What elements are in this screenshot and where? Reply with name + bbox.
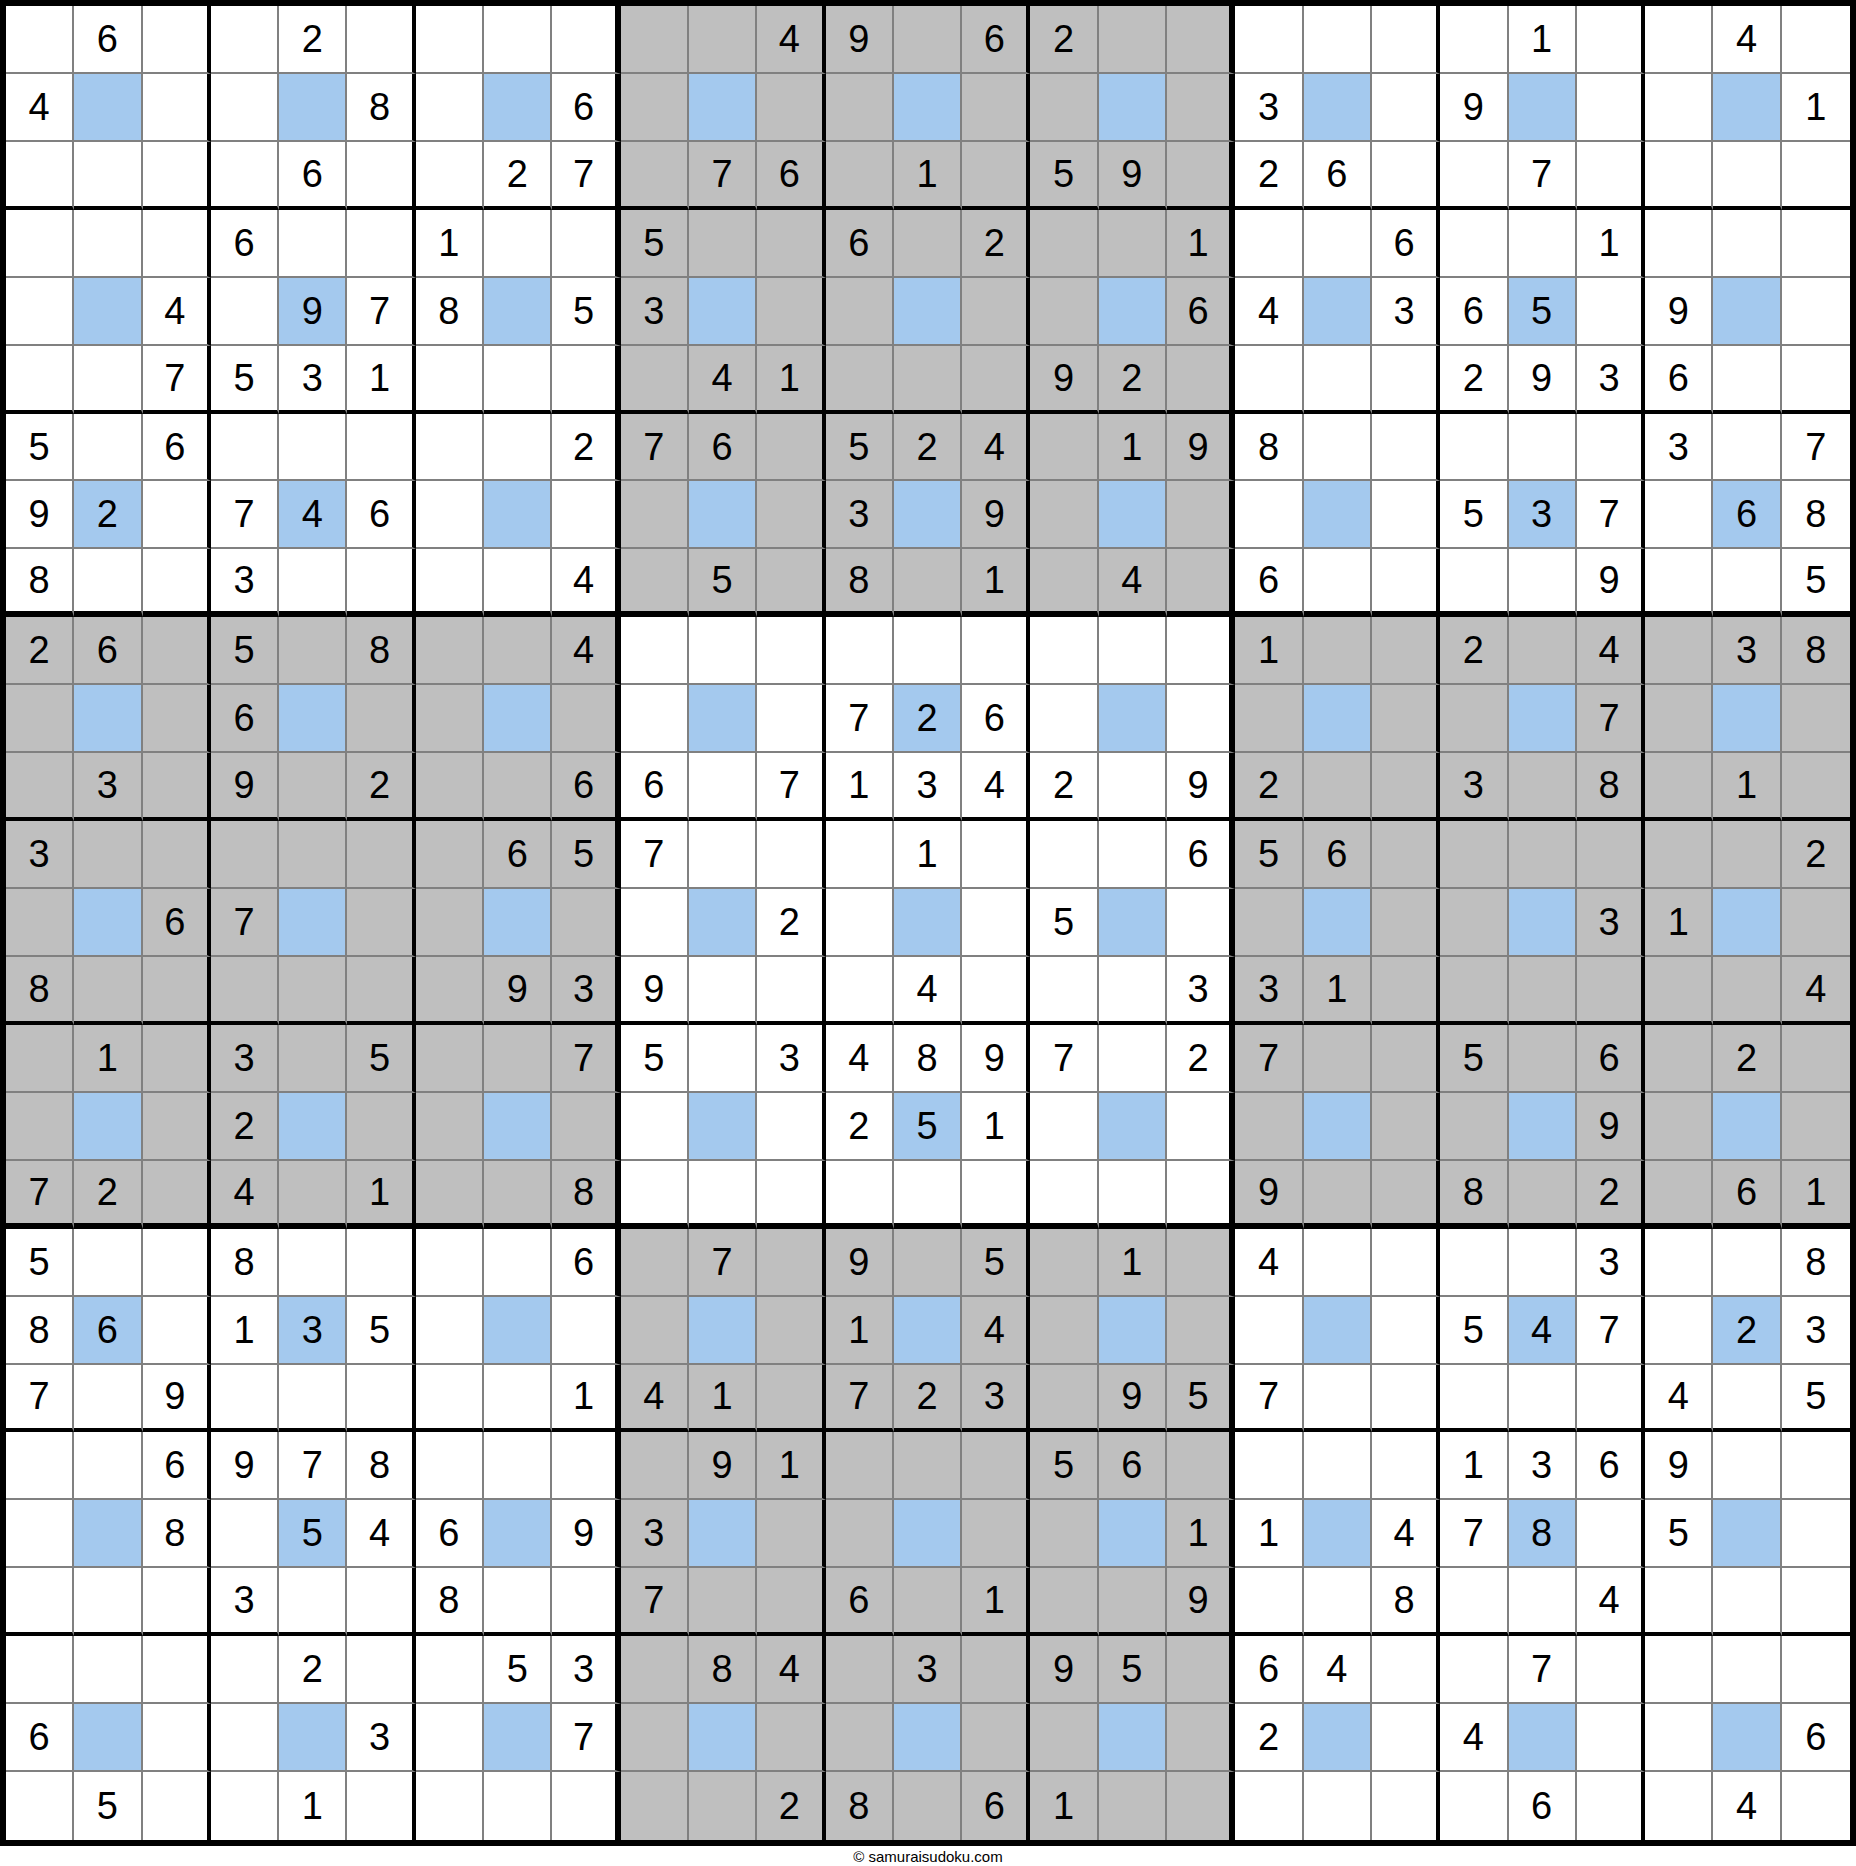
cell-r5c7[interactable]: 8 <box>416 278 484 346</box>
cell-r22c23[interactable]: 3 <box>1509 1432 1577 1500</box>
cell-r7c14[interactable]: 2 <box>894 414 962 482</box>
cell-r2c11[interactable] <box>689 74 757 142</box>
cell-r20c1[interactable]: 8 <box>6 1297 74 1365</box>
cell-r15c2[interactable] <box>74 957 142 1025</box>
cell-r7c26[interactable] <box>1713 414 1781 482</box>
cell-r15c4[interactable] <box>211 957 279 1025</box>
cell-r5c14[interactable] <box>894 278 962 346</box>
cell-r6c3[interactable]: 7 <box>143 346 211 414</box>
cell-r2c7[interactable] <box>416 74 484 142</box>
cell-r5c23[interactable]: 5 <box>1509 278 1577 346</box>
cell-r2c14[interactable] <box>894 74 962 142</box>
cell-r13c13[interactable] <box>826 821 894 889</box>
cell-r13c27[interactable]: 2 <box>1782 821 1850 889</box>
cell-r22c27[interactable] <box>1782 1432 1850 1500</box>
cell-r6c14[interactable] <box>894 346 962 414</box>
cell-r26c22[interactable]: 4 <box>1440 1704 1508 1772</box>
cell-r23c2[interactable] <box>74 1500 142 1568</box>
cell-r15c18[interactable]: 3 <box>1167 957 1235 1025</box>
cell-r4c15[interactable]: 2 <box>962 210 1030 278</box>
cell-r26c25[interactable] <box>1645 1704 1713 1772</box>
cell-r11c3[interactable] <box>143 685 211 753</box>
cell-r11c4[interactable]: 6 <box>211 685 279 753</box>
cell-r13c6[interactable] <box>347 821 415 889</box>
cell-r24c7[interactable]: 8 <box>416 1568 484 1636</box>
cell-r14c15[interactable] <box>962 889 1030 957</box>
cell-r7c24[interactable] <box>1577 414 1645 482</box>
cell-r5c17[interactable] <box>1099 278 1167 346</box>
cell-r26c14[interactable] <box>894 1704 962 1772</box>
cell-r1c12[interactable]: 4 <box>757 6 825 74</box>
cell-r20c21[interactable] <box>1372 1297 1440 1365</box>
cell-r10c21[interactable] <box>1372 617 1440 685</box>
cell-r7c5[interactable] <box>279 414 347 482</box>
cell-r3c26[interactable] <box>1713 142 1781 210</box>
cell-r4c13[interactable]: 6 <box>826 210 894 278</box>
cell-r3c13[interactable] <box>826 142 894 210</box>
cell-r9c26[interactable] <box>1713 549 1781 617</box>
cell-r16c20[interactable] <box>1304 1025 1372 1093</box>
cell-r24c6[interactable] <box>347 1568 415 1636</box>
cell-r12c6[interactable]: 2 <box>347 753 415 821</box>
cell-r14c18[interactable] <box>1167 889 1235 957</box>
cell-r27c5[interactable]: 1 <box>279 1772 347 1840</box>
cell-r20c26[interactable]: 2 <box>1713 1297 1781 1365</box>
cell-r8c8[interactable] <box>484 481 552 549</box>
cell-r1c5[interactable]: 2 <box>279 6 347 74</box>
cell-r21c10[interactable]: 4 <box>621 1365 689 1433</box>
cell-r8c13[interactable]: 3 <box>826 481 894 549</box>
cell-r23c11[interactable] <box>689 1500 757 1568</box>
cell-r8c10[interactable] <box>621 481 689 549</box>
cell-r6c12[interactable]: 1 <box>757 346 825 414</box>
cell-r22c5[interactable]: 7 <box>279 1432 347 1500</box>
cell-r16c19[interactable]: 7 <box>1235 1025 1303 1093</box>
cell-r22c13[interactable] <box>826 1432 894 1500</box>
cell-r24c23[interactable] <box>1509 1568 1577 1636</box>
cell-r11c9[interactable] <box>552 685 620 753</box>
cell-r20c9[interactable] <box>552 1297 620 1365</box>
cell-r1c15[interactable]: 6 <box>962 6 1030 74</box>
cell-r14c9[interactable] <box>552 889 620 957</box>
cell-r24c16[interactable] <box>1030 1568 1098 1636</box>
cell-r4c18[interactable]: 1 <box>1167 210 1235 278</box>
cell-r17c21[interactable] <box>1372 1093 1440 1161</box>
cell-r23c3[interactable]: 8 <box>143 1500 211 1568</box>
cell-r16c18[interactable]: 2 <box>1167 1025 1235 1093</box>
cell-r8c11[interactable] <box>689 481 757 549</box>
cell-r3c17[interactable]: 9 <box>1099 142 1167 210</box>
cell-r8c24[interactable]: 7 <box>1577 481 1645 549</box>
cell-r17c13[interactable]: 2 <box>826 1093 894 1161</box>
cell-r17c23[interactable] <box>1509 1093 1577 1161</box>
cell-r13c25[interactable] <box>1645 821 1713 889</box>
cell-r3c12[interactable]: 6 <box>757 142 825 210</box>
cell-r3c20[interactable]: 6 <box>1304 142 1372 210</box>
cell-r6c21[interactable] <box>1372 346 1440 414</box>
cell-r17c17[interactable] <box>1099 1093 1167 1161</box>
cell-r15c8[interactable]: 9 <box>484 957 552 1025</box>
cell-r22c20[interactable] <box>1304 1432 1372 1500</box>
cell-r17c9[interactable] <box>552 1093 620 1161</box>
cell-r23c8[interactable] <box>484 1500 552 1568</box>
cell-r25c12[interactable]: 4 <box>757 1636 825 1704</box>
cell-r7c22[interactable] <box>1440 414 1508 482</box>
cell-r20c20[interactable] <box>1304 1297 1372 1365</box>
cell-r17c26[interactable] <box>1713 1093 1781 1161</box>
cell-r15c5[interactable] <box>279 957 347 1025</box>
cell-r1c4[interactable] <box>211 6 279 74</box>
cell-r4c7[interactable]: 1 <box>416 210 484 278</box>
cell-r14c14[interactable] <box>894 889 962 957</box>
cell-r18c9[interactable]: 8 <box>552 1161 620 1229</box>
cell-r14c23[interactable] <box>1509 889 1577 957</box>
cell-r15c25[interactable] <box>1645 957 1713 1025</box>
cell-r5c18[interactable]: 6 <box>1167 278 1235 346</box>
cell-r7c11[interactable]: 6 <box>689 414 757 482</box>
cell-r5c27[interactable] <box>1782 278 1850 346</box>
cell-r17c2[interactable] <box>74 1093 142 1161</box>
cell-r12c24[interactable]: 8 <box>1577 753 1645 821</box>
cell-r13c5[interactable] <box>279 821 347 889</box>
cell-r21c22[interactable] <box>1440 1365 1508 1433</box>
cell-r1c9[interactable] <box>552 6 620 74</box>
cell-r12c23[interactable] <box>1509 753 1577 821</box>
cell-r12c7[interactable] <box>416 753 484 821</box>
cell-r7c9[interactable]: 2 <box>552 414 620 482</box>
cell-r20c24[interactable]: 7 <box>1577 1297 1645 1365</box>
cell-r11c6[interactable] <box>347 685 415 753</box>
cell-r20c5[interactable]: 3 <box>279 1297 347 1365</box>
cell-r16c27[interactable] <box>1782 1025 1850 1093</box>
cell-r21c16[interactable] <box>1030 1365 1098 1433</box>
cell-r25c6[interactable] <box>347 1636 415 1704</box>
cell-r14c3[interactable]: 6 <box>143 889 211 957</box>
cell-r12c21[interactable] <box>1372 753 1440 821</box>
cell-r9c19[interactable]: 6 <box>1235 549 1303 617</box>
cell-r22c26[interactable] <box>1713 1432 1781 1500</box>
cell-r6c18[interactable] <box>1167 346 1235 414</box>
cell-r18c20[interactable] <box>1304 1161 1372 1229</box>
cell-r16c25[interactable] <box>1645 1025 1713 1093</box>
cell-r23c25[interactable]: 5 <box>1645 1500 1713 1568</box>
cell-r19c25[interactable] <box>1645 1229 1713 1297</box>
cell-r13c21[interactable] <box>1372 821 1440 889</box>
cell-r11c10[interactable] <box>621 685 689 753</box>
cell-r25c3[interactable] <box>143 1636 211 1704</box>
cell-r17c10[interactable] <box>621 1093 689 1161</box>
cell-r11c7[interactable] <box>416 685 484 753</box>
cell-r25c26[interactable] <box>1713 1636 1781 1704</box>
cell-r9c12[interactable] <box>757 549 825 617</box>
cell-r17c18[interactable] <box>1167 1093 1235 1161</box>
cell-r14c7[interactable] <box>416 889 484 957</box>
cell-r16c11[interactable] <box>689 1025 757 1093</box>
cell-r25c13[interactable] <box>826 1636 894 1704</box>
cell-r23c5[interactable]: 5 <box>279 1500 347 1568</box>
cell-r11c17[interactable] <box>1099 685 1167 753</box>
cell-r20c19[interactable] <box>1235 1297 1303 1365</box>
cell-r8c25[interactable] <box>1645 481 1713 549</box>
cell-r27c15[interactable]: 6 <box>962 1772 1030 1840</box>
cell-r26c4[interactable] <box>211 1704 279 1772</box>
cell-r4c10[interactable]: 5 <box>621 210 689 278</box>
cell-r8c19[interactable] <box>1235 481 1303 549</box>
cell-r12c8[interactable] <box>484 753 552 821</box>
cell-r5c1[interactable] <box>6 278 74 346</box>
cell-r15c3[interactable] <box>143 957 211 1025</box>
cell-r25c4[interactable] <box>211 1636 279 1704</box>
cell-r11c18[interactable] <box>1167 685 1235 753</box>
cell-r16c14[interactable]: 8 <box>894 1025 962 1093</box>
cell-r25c27[interactable] <box>1782 1636 1850 1704</box>
cell-r27c10[interactable] <box>621 1772 689 1840</box>
cell-r9c23[interactable] <box>1509 549 1577 617</box>
cell-r3c25[interactable] <box>1645 142 1713 210</box>
cell-r25c24[interactable] <box>1577 1636 1645 1704</box>
cell-r13c17[interactable] <box>1099 821 1167 889</box>
cell-r21c8[interactable] <box>484 1365 552 1433</box>
cell-r3c4[interactable] <box>211 142 279 210</box>
cell-r22c12[interactable]: 1 <box>757 1432 825 1500</box>
cell-r15c22[interactable] <box>1440 957 1508 1025</box>
cell-r25c10[interactable] <box>621 1636 689 1704</box>
cell-r5c26[interactable] <box>1713 278 1781 346</box>
cell-r5c21[interactable]: 3 <box>1372 278 1440 346</box>
cell-r19c18[interactable] <box>1167 1229 1235 1297</box>
cell-r21c27[interactable]: 5 <box>1782 1365 1850 1433</box>
cell-r11c21[interactable] <box>1372 685 1440 753</box>
cell-r14c5[interactable] <box>279 889 347 957</box>
cell-r3c3[interactable] <box>143 142 211 210</box>
cell-r1c23[interactable]: 1 <box>1509 6 1577 74</box>
cell-r18c17[interactable] <box>1099 1161 1167 1229</box>
cell-r12c10[interactable]: 6 <box>621 753 689 821</box>
cell-r21c21[interactable] <box>1372 1365 1440 1433</box>
cell-r4c25[interactable] <box>1645 210 1713 278</box>
cell-r2c23[interactable] <box>1509 74 1577 142</box>
cell-r11c12[interactable] <box>757 685 825 753</box>
cell-r26c1[interactable]: 6 <box>6 1704 74 1772</box>
cell-r4c1[interactable] <box>6 210 74 278</box>
cell-r20c2[interactable]: 6 <box>74 1297 142 1365</box>
cell-r22c11[interactable]: 9 <box>689 1432 757 1500</box>
cell-r6c15[interactable] <box>962 346 1030 414</box>
cell-r14c27[interactable] <box>1782 889 1850 957</box>
cell-r25c16[interactable]: 9 <box>1030 1636 1098 1704</box>
cell-r24c2[interactable] <box>74 1568 142 1636</box>
cell-r3c11[interactable]: 7 <box>689 142 757 210</box>
cell-r14c17[interactable] <box>1099 889 1167 957</box>
cell-r7c7[interactable] <box>416 414 484 482</box>
cell-r17c22[interactable] <box>1440 1093 1508 1161</box>
cell-r10c7[interactable] <box>416 617 484 685</box>
cell-r25c1[interactable] <box>6 1636 74 1704</box>
cell-r4c22[interactable] <box>1440 210 1508 278</box>
cell-r22c19[interactable] <box>1235 1432 1303 1500</box>
cell-r21c2[interactable] <box>74 1365 142 1433</box>
cell-r12c22[interactable]: 3 <box>1440 753 1508 821</box>
cell-r20c6[interactable]: 5 <box>347 1297 415 1365</box>
cell-r21c11[interactable]: 1 <box>689 1365 757 1433</box>
cell-r16c1[interactable] <box>6 1025 74 1093</box>
cell-r6c13[interactable] <box>826 346 894 414</box>
cell-r6c7[interactable] <box>416 346 484 414</box>
cell-r17c19[interactable] <box>1235 1093 1303 1161</box>
cell-r9c17[interactable]: 4 <box>1099 549 1167 617</box>
cell-r24c19[interactable] <box>1235 1568 1303 1636</box>
cell-r17c8[interactable] <box>484 1093 552 1161</box>
cell-r21c25[interactable]: 4 <box>1645 1365 1713 1433</box>
cell-r26c5[interactable] <box>279 1704 347 1772</box>
cell-r3c6[interactable] <box>347 142 415 210</box>
cell-r1c24[interactable] <box>1577 6 1645 74</box>
cell-r6c1[interactable] <box>6 346 74 414</box>
cell-r1c25[interactable] <box>1645 6 1713 74</box>
cell-r17c16[interactable] <box>1030 1093 1098 1161</box>
cell-r18c7[interactable] <box>416 1161 484 1229</box>
cell-r26c9[interactable]: 7 <box>552 1704 620 1772</box>
cell-r27c1[interactable] <box>6 1772 74 1840</box>
cell-r26c2[interactable] <box>74 1704 142 1772</box>
cell-r21c9[interactable]: 1 <box>552 1365 620 1433</box>
cell-r18c27[interactable]: 1 <box>1782 1161 1850 1229</box>
cell-r11c11[interactable] <box>689 685 757 753</box>
cell-r22c10[interactable] <box>621 1432 689 1500</box>
cell-r4c12[interactable] <box>757 210 825 278</box>
cell-r9c5[interactable] <box>279 549 347 617</box>
cell-r1c27[interactable] <box>1782 6 1850 74</box>
cell-r19c17[interactable]: 1 <box>1099 1229 1167 1297</box>
cell-r26c26[interactable] <box>1713 1704 1781 1772</box>
cell-r5c10[interactable]: 3 <box>621 278 689 346</box>
cell-r20c16[interactable] <box>1030 1297 1098 1365</box>
cell-r7c25[interactable]: 3 <box>1645 414 1713 482</box>
cell-r7c1[interactable]: 5 <box>6 414 74 482</box>
cell-r19c23[interactable] <box>1509 1229 1577 1297</box>
cell-r24c13[interactable]: 6 <box>826 1568 894 1636</box>
cell-r14c26[interactable] <box>1713 889 1781 957</box>
cell-r7c16[interactable] <box>1030 414 1098 482</box>
cell-r10c26[interactable]: 3 <box>1713 617 1781 685</box>
cell-r15c19[interactable]: 3 <box>1235 957 1303 1025</box>
cell-r27c13[interactable]: 8 <box>826 1772 894 1840</box>
cell-r24c17[interactable] <box>1099 1568 1167 1636</box>
cell-r7c12[interactable] <box>757 414 825 482</box>
cell-r2c12[interactable] <box>757 74 825 142</box>
cell-r5c2[interactable] <box>74 278 142 346</box>
cell-r15c12[interactable] <box>757 957 825 1025</box>
cell-r1c13[interactable]: 9 <box>826 6 894 74</box>
cell-r27c12[interactable]: 2 <box>757 1772 825 1840</box>
cell-r18c10[interactable] <box>621 1161 689 1229</box>
cell-r5c4[interactable] <box>211 278 279 346</box>
cell-r2c21[interactable] <box>1372 74 1440 142</box>
cell-r16c23[interactable] <box>1509 1025 1577 1093</box>
cell-r23c24[interactable] <box>1577 1500 1645 1568</box>
cell-r25c23[interactable]: 7 <box>1509 1636 1577 1704</box>
cell-r7c21[interactable] <box>1372 414 1440 482</box>
cell-r24c10[interactable]: 7 <box>621 1568 689 1636</box>
cell-r4c9[interactable] <box>552 210 620 278</box>
cell-r14c25[interactable]: 1 <box>1645 889 1713 957</box>
cell-r9c10[interactable] <box>621 549 689 617</box>
cell-r18c15[interactable] <box>962 1161 1030 1229</box>
cell-r16c4[interactable]: 3 <box>211 1025 279 1093</box>
cell-r6c19[interactable] <box>1235 346 1303 414</box>
cell-r23c21[interactable]: 4 <box>1372 1500 1440 1568</box>
cell-r20c11[interactable] <box>689 1297 757 1365</box>
cell-r23c6[interactable]: 4 <box>347 1500 415 1568</box>
cell-r4c5[interactable] <box>279 210 347 278</box>
cell-r14c1[interactable] <box>6 889 74 957</box>
cell-r10c9[interactable]: 4 <box>552 617 620 685</box>
cell-r19c13[interactable]: 9 <box>826 1229 894 1297</box>
cell-r14c16[interactable]: 5 <box>1030 889 1098 957</box>
cell-r14c24[interactable]: 3 <box>1577 889 1645 957</box>
cell-r9c27[interactable]: 5 <box>1782 549 1850 617</box>
cell-r20c7[interactable] <box>416 1297 484 1365</box>
cell-r8c4[interactable]: 7 <box>211 481 279 549</box>
cell-r24c20[interactable] <box>1304 1568 1372 1636</box>
cell-r19c6[interactable] <box>347 1229 415 1297</box>
cell-r7c27[interactable]: 7 <box>1782 414 1850 482</box>
cell-r9c4[interactable]: 3 <box>211 549 279 617</box>
cell-r4c6[interactable] <box>347 210 415 278</box>
cell-r2c22[interactable]: 9 <box>1440 74 1508 142</box>
cell-r16c15[interactable]: 9 <box>962 1025 1030 1093</box>
cell-r26c27[interactable]: 6 <box>1782 1704 1850 1772</box>
cell-r24c8[interactable] <box>484 1568 552 1636</box>
cell-r23c1[interactable] <box>6 1500 74 1568</box>
cell-r24c27[interactable] <box>1782 1568 1850 1636</box>
cell-r18c4[interactable]: 4 <box>211 1161 279 1229</box>
cell-r26c13[interactable] <box>826 1704 894 1772</box>
cell-r22c22[interactable]: 1 <box>1440 1432 1508 1500</box>
cell-r8c3[interactable] <box>143 481 211 549</box>
cell-r19c4[interactable]: 8 <box>211 1229 279 1297</box>
cell-r13c24[interactable] <box>1577 821 1645 889</box>
cell-r25c8[interactable]: 5 <box>484 1636 552 1704</box>
cell-r7c8[interactable] <box>484 414 552 482</box>
cell-r26c21[interactable] <box>1372 1704 1440 1772</box>
cell-r27c17[interactable] <box>1099 1772 1167 1840</box>
cell-r24c11[interactable] <box>689 1568 757 1636</box>
cell-r15c23[interactable] <box>1509 957 1577 1025</box>
cell-r6c8[interactable] <box>484 346 552 414</box>
cell-r27c26[interactable]: 4 <box>1713 1772 1781 1840</box>
cell-r18c2[interactable]: 2 <box>74 1161 142 1229</box>
cell-r19c8[interactable] <box>484 1229 552 1297</box>
cell-r16c6[interactable]: 5 <box>347 1025 415 1093</box>
cell-r3c27[interactable] <box>1782 142 1850 210</box>
cell-r26c19[interactable]: 2 <box>1235 1704 1303 1772</box>
cell-r16c2[interactable]: 1 <box>74 1025 142 1093</box>
cell-r24c21[interactable]: 8 <box>1372 1568 1440 1636</box>
cell-r27c21[interactable] <box>1372 1772 1440 1840</box>
cell-r16c3[interactable] <box>143 1025 211 1093</box>
cell-r22c9[interactable] <box>552 1432 620 1500</box>
cell-r12c4[interactable]: 9 <box>211 753 279 821</box>
cell-r27c23[interactable]: 6 <box>1509 1772 1577 1840</box>
cell-r21c13[interactable]: 7 <box>826 1365 894 1433</box>
cell-r8c9[interactable] <box>552 481 620 549</box>
cell-r18c26[interactable]: 6 <box>1713 1161 1781 1229</box>
cell-r14c4[interactable]: 7 <box>211 889 279 957</box>
cell-r1c2[interactable]: 6 <box>74 6 142 74</box>
cell-r7c17[interactable]: 1 <box>1099 414 1167 482</box>
cell-r5c11[interactable] <box>689 278 757 346</box>
